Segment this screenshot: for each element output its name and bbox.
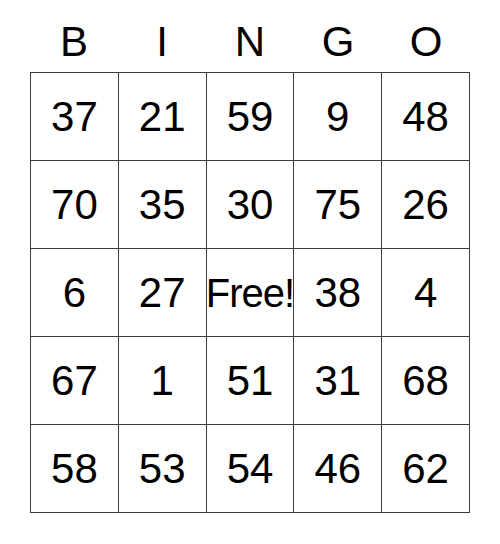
bingo-header: B I N G O [30,0,470,72]
bingo-cell-r3c1[interactable]: 6 [31,249,118,336]
bingo-cell-r4c1[interactable]: 67 [31,337,118,424]
bingo-cell-r4c4[interactable]: 31 [294,337,381,424]
bingo-cell-r3c4[interactable]: 38 [294,249,381,336]
bingo-cell-r3c2[interactable]: 27 [119,249,206,336]
bingo-cell-free-space[interactable]: Free! [207,249,294,336]
bingo-grid: 37 21 59 9 48 70 35 30 75 26 6 27 Free! … [30,72,470,513]
column-header-i: I [118,0,206,72]
bingo-cell-r4c2[interactable]: 1 [119,337,206,424]
bingo-cell-r1c3[interactable]: 59 [207,73,294,160]
column-header-b: B [30,0,118,72]
bingo-cell-r5c3[interactable]: 54 [207,425,294,512]
bingo-cell-r5c5[interactable]: 62 [382,425,469,512]
bingo-cell-r2c2[interactable]: 35 [119,161,206,248]
bingo-card: B I N G O 37 21 59 9 48 70 35 30 75 26 6… [0,0,500,544]
column-header-o: O [382,0,470,72]
bingo-cell-r5c2[interactable]: 53 [119,425,206,512]
bingo-cell-r1c1[interactable]: 37 [31,73,118,160]
bingo-cell-r1c4[interactable]: 9 [294,73,381,160]
bingo-cell-r5c4[interactable]: 46 [294,425,381,512]
bingo-cell-r2c1[interactable]: 70 [31,161,118,248]
column-header-g: G [294,0,382,72]
bingo-cell-r2c5[interactable]: 26 [382,161,469,248]
bingo-cell-r1c2[interactable]: 21 [119,73,206,160]
bingo-cell-r3c5[interactable]: 4 [382,249,469,336]
bingo-cell-r2c3[interactable]: 30 [207,161,294,248]
bingo-cell-r1c5[interactable]: 48 [382,73,469,160]
bingo-cell-r4c3[interactable]: 51 [207,337,294,424]
bingo-cell-r4c5[interactable]: 68 [382,337,469,424]
column-header-n: N [206,0,294,72]
bingo-cell-r5c1[interactable]: 58 [31,425,118,512]
bingo-cell-r2c4[interactable]: 75 [294,161,381,248]
